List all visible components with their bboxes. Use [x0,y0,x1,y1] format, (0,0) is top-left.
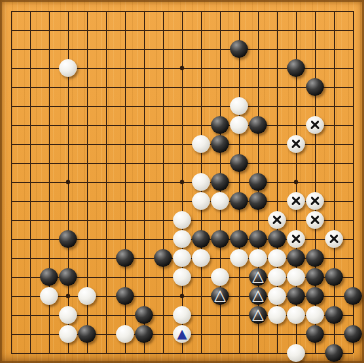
black-stone[interactable] [325,268,343,286]
black-stone[interactable] [154,249,172,267]
triangle-mark: △ [249,287,267,305]
star-point [294,180,298,184]
black-stone[interactable]: △ [211,287,229,305]
black-stone[interactable] [78,325,96,343]
x-mark [268,211,286,229]
white-stone[interactable] [306,192,324,210]
black-stone[interactable] [230,40,248,58]
black-stone[interactable] [287,249,305,267]
black-stone[interactable] [116,249,134,267]
white-stone[interactable] [59,325,77,343]
black-stone[interactable] [211,230,229,248]
white-stone[interactable] [40,287,58,305]
white-stone[interactable] [268,306,286,324]
white-stone[interactable] [306,306,324,324]
black-stone[interactable] [344,287,362,305]
black-stone[interactable] [306,78,324,96]
white-stone[interactable] [325,230,343,248]
white-stone[interactable] [192,192,210,210]
x-mark [306,192,324,210]
white-stone[interactable] [287,192,305,210]
white-stone[interactable] [78,287,96,305]
white-stone[interactable] [306,211,324,229]
black-stone[interactable] [192,230,210,248]
go-board[interactable]: △△△△▲ [0,0,364,363]
black-stone[interactable] [306,268,324,286]
black-stone[interactable] [287,287,305,305]
white-stone[interactable] [249,249,267,267]
black-stone[interactable] [249,116,267,134]
white-stone[interactable] [287,230,305,248]
black-stone[interactable] [287,59,305,77]
x-mark [287,135,305,153]
triangle-mark: △ [249,306,267,324]
black-stone[interactable] [59,230,77,248]
white-stone[interactable] [287,135,305,153]
black-stone[interactable] [230,154,248,172]
white-stone[interactable] [230,97,248,115]
white-stone[interactable] [192,135,210,153]
triangle-mark: △ [211,287,229,305]
white-stone[interactable] [173,306,191,324]
black-stone[interactable]: △ [249,287,267,305]
black-stone[interactable] [306,249,324,267]
black-stone[interactable] [40,268,58,286]
x-mark [325,230,343,248]
black-stone[interactable] [325,306,343,324]
white-stone[interactable] [287,344,305,362]
black-stone[interactable] [211,135,229,153]
x-mark [287,230,305,248]
white-stone[interactable] [287,306,305,324]
white-stone[interactable] [211,268,229,286]
black-stone[interactable] [230,230,248,248]
last-move-marker: ▲ [173,325,191,343]
black-stone[interactable]: △ [249,268,267,286]
white-stone[interactable] [173,211,191,229]
black-stone[interactable] [249,173,267,191]
black-stone[interactable] [230,192,248,210]
white-stone[interactable] [268,287,286,305]
x-mark [306,116,324,134]
black-stone[interactable] [268,230,286,248]
black-stone[interactable] [344,325,362,343]
white-stone[interactable]: ▲ [173,325,191,343]
black-stone[interactable] [135,306,153,324]
white-stone[interactable] [268,211,286,229]
black-stone[interactable] [135,325,153,343]
white-stone[interactable] [173,230,191,248]
black-stone[interactable] [325,344,343,362]
black-stone[interactable] [116,287,134,305]
triangle-mark: △ [249,268,267,286]
star-point [66,294,70,298]
white-stone[interactable] [173,249,191,267]
x-mark [287,192,305,210]
black-stone[interactable] [59,268,77,286]
white-stone[interactable] [116,325,134,343]
x-mark [306,211,324,229]
star-point [180,66,184,70]
white-stone[interactable] [59,59,77,77]
black-stone[interactable] [211,116,229,134]
star-point [180,180,184,184]
black-stone[interactable] [249,192,267,210]
black-stone[interactable] [211,173,229,191]
white-stone[interactable] [192,173,210,191]
white-stone[interactable] [268,268,286,286]
star-point [66,180,70,184]
black-stone[interactable] [249,230,267,248]
white-stone[interactable] [287,268,305,286]
white-stone[interactable] [59,306,77,324]
white-stone[interactable] [173,268,191,286]
white-stone[interactable] [230,116,248,134]
white-stone[interactable] [268,249,286,267]
black-stone[interactable] [306,325,324,343]
white-stone[interactable] [306,116,324,134]
white-stone[interactable] [211,192,229,210]
black-stone[interactable]: △ [249,306,267,324]
black-stone[interactable] [306,287,324,305]
white-stone[interactable] [230,249,248,267]
star-point [180,294,184,298]
white-stone[interactable] [192,249,210,267]
